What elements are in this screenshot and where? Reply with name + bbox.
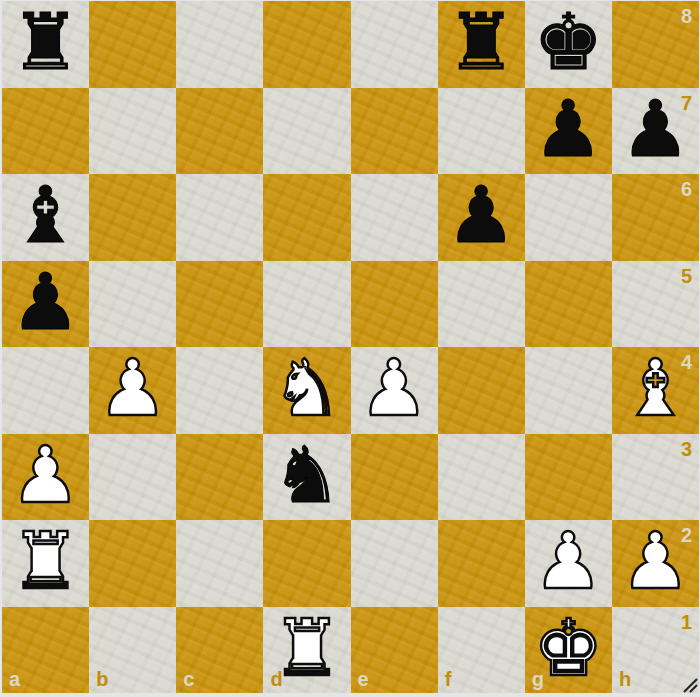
- file-label-b: b: [96, 669, 108, 689]
- piece-black-pawn[interactable]: ♟: [612, 88, 699, 173]
- piece-black-king[interactable]: ♚: [525, 1, 612, 86]
- square-h7[interactable]: ♟7: [612, 88, 699, 175]
- square-c5[interactable]: [176, 261, 263, 348]
- piece-black-knight[interactable]: ♞: [263, 434, 350, 519]
- square-b7[interactable]: [89, 88, 176, 175]
- square-h8[interactable]: 8: [612, 1, 699, 88]
- file-label-a: a: [9, 669, 20, 689]
- square-c6[interactable]: [176, 174, 263, 261]
- rank-label-1: 1: [681, 612, 692, 632]
- square-a5[interactable]: ♟: [2, 261, 89, 348]
- piece-white-king[interactable]: ♚: [525, 607, 612, 692]
- square-d2[interactable]: [263, 520, 350, 607]
- square-e3[interactable]: [351, 434, 438, 521]
- piece-white-pawn[interactable]: ♟: [89, 347, 176, 432]
- square-g5[interactable]: [525, 261, 612, 348]
- square-d6[interactable]: [263, 174, 350, 261]
- piece-black-rook[interactable]: ♜: [2, 1, 89, 86]
- piece-white-rook[interactable]: ♜: [263, 607, 350, 692]
- square-e1[interactable]: e: [351, 607, 438, 694]
- square-e8[interactable]: [351, 1, 438, 88]
- square-h3[interactable]: 3: [612, 434, 699, 521]
- square-g8[interactable]: ♚: [525, 1, 612, 88]
- piece-black-pawn[interactable]: ♟: [2, 261, 89, 346]
- square-f3[interactable]: [438, 434, 525, 521]
- piece-white-pawn[interactable]: ♟: [525, 520, 612, 605]
- square-f8[interactable]: ♜: [438, 1, 525, 88]
- square-g7[interactable]: ♟: [525, 88, 612, 175]
- square-e5[interactable]: [351, 261, 438, 348]
- square-g4[interactable]: [525, 347, 612, 434]
- square-c2[interactable]: [176, 520, 263, 607]
- square-a1[interactable]: a: [2, 607, 89, 694]
- piece-white-pawn[interactable]: ♟: [612, 520, 699, 605]
- square-c1[interactable]: c: [176, 607, 263, 694]
- square-f7[interactable]: [438, 88, 525, 175]
- square-f1[interactable]: f: [438, 607, 525, 694]
- resize-handle-icon[interactable]: [680, 675, 698, 693]
- file-label-f: f: [445, 669, 452, 689]
- rank-label-3: 3: [681, 439, 692, 459]
- square-d5[interactable]: [263, 261, 350, 348]
- square-a6[interactable]: ♝: [2, 174, 89, 261]
- piece-black-pawn[interactable]: ♟: [525, 88, 612, 173]
- square-g6[interactable]: [525, 174, 612, 261]
- square-e6[interactable]: [351, 174, 438, 261]
- square-b8[interactable]: [89, 1, 176, 88]
- square-e4[interactable]: ♟: [351, 347, 438, 434]
- piece-black-rook[interactable]: ♜: [438, 1, 525, 86]
- square-d8[interactable]: [263, 1, 350, 88]
- piece-white-knight[interactable]: ♞: [263, 347, 350, 432]
- square-h6[interactable]: 6: [612, 174, 699, 261]
- square-c7[interactable]: [176, 88, 263, 175]
- square-a4[interactable]: [2, 347, 89, 434]
- piece-white-pawn[interactable]: ♟: [351, 347, 438, 432]
- square-b6[interactable]: [89, 174, 176, 261]
- square-d1[interactable]: ♜d: [263, 607, 350, 694]
- square-f4[interactable]: [438, 347, 525, 434]
- square-c4[interactable]: [176, 347, 263, 434]
- board-frame: ♜♜♚8♟♟7♝♟6♟5♟♞♟♝4♟♞3♜♟♟2abc♜def♚gh1: [0, 0, 700, 697]
- file-label-h: h: [619, 669, 631, 689]
- piece-black-bishop[interactable]: ♝: [2, 174, 89, 259]
- square-g3[interactable]: [525, 434, 612, 521]
- square-d7[interactable]: [263, 88, 350, 175]
- file-label-e: e: [358, 669, 369, 689]
- square-c8[interactable]: [176, 1, 263, 88]
- rank-label-6: 6: [681, 179, 692, 199]
- rank-label-8: 8: [681, 6, 692, 26]
- square-c3[interactable]: [176, 434, 263, 521]
- square-h5[interactable]: 5: [612, 261, 699, 348]
- square-e7[interactable]: [351, 88, 438, 175]
- piece-black-pawn[interactable]: ♟: [438, 174, 525, 259]
- square-f5[interactable]: [438, 261, 525, 348]
- square-g2[interactable]: ♟: [525, 520, 612, 607]
- square-b5[interactable]: [89, 261, 176, 348]
- square-a3[interactable]: ♟: [2, 434, 89, 521]
- rank-label-5: 5: [681, 266, 692, 286]
- piece-white-bishop[interactable]: ♝: [612, 347, 699, 432]
- square-b1[interactable]: b: [89, 607, 176, 694]
- piece-white-rook[interactable]: ♜: [2, 520, 89, 605]
- chess-board: ♜♜♚8♟♟7♝♟6♟5♟♞♟♝4♟♞3♜♟♟2abc♜def♚gh1: [2, 1, 699, 693]
- square-b4[interactable]: ♟: [89, 347, 176, 434]
- square-f6[interactable]: ♟: [438, 174, 525, 261]
- square-a8[interactable]: ♜: [2, 1, 89, 88]
- square-a7[interactable]: [2, 88, 89, 175]
- piece-white-pawn[interactable]: ♟: [2, 434, 89, 519]
- square-e2[interactable]: [351, 520, 438, 607]
- file-label-c: c: [183, 669, 194, 689]
- square-h4[interactable]: ♝4: [612, 347, 699, 434]
- square-d3[interactable]: ♞: [263, 434, 350, 521]
- square-b2[interactable]: [89, 520, 176, 607]
- square-h2[interactable]: ♟2: [612, 520, 699, 607]
- square-f2[interactable]: [438, 520, 525, 607]
- square-g1[interactable]: ♚g: [525, 607, 612, 694]
- square-d4[interactable]: ♞: [263, 347, 350, 434]
- square-b3[interactable]: [89, 434, 176, 521]
- square-a2[interactable]: ♜: [2, 520, 89, 607]
